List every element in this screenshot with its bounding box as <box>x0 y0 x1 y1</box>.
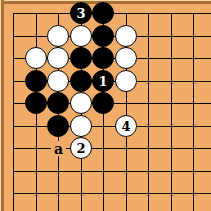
stone-move-number: 1 <box>98 75 107 88</box>
grid-line-vertical <box>171 13 172 211</box>
white-stone <box>47 25 69 47</box>
black-stone-1: 1 <box>92 70 114 92</box>
black-stone <box>25 70 47 92</box>
white-stone <box>115 47 137 69</box>
white-stone <box>25 47 47 69</box>
stone-move-number: 4 <box>121 120 130 133</box>
white-stone <box>47 47 69 69</box>
black-stone <box>25 92 47 114</box>
black-stone <box>70 70 92 92</box>
grid-line-vertical <box>148 13 149 211</box>
black-stone <box>70 47 92 69</box>
grid-line-horizontal <box>13 126 211 127</box>
white-stone <box>70 25 92 47</box>
grid-line-horizontal <box>13 148 211 149</box>
white-stone-2: 2 <box>70 137 92 159</box>
black-stone <box>92 2 114 24</box>
black-stone-3: 3 <box>70 2 92 24</box>
black-stone <box>47 115 69 137</box>
white-stone <box>115 70 137 92</box>
point-label-a: a <box>51 141 66 156</box>
black-stone <box>92 25 114 47</box>
stone-move-number: 3 <box>76 7 85 20</box>
white-stone <box>70 115 92 137</box>
grid-line-vertical <box>13 13 14 211</box>
white-stone-4: 4 <box>115 115 137 137</box>
grid-line-horizontal <box>13 193 211 194</box>
black-stone <box>92 92 114 114</box>
grid-line-horizontal <box>13 171 211 172</box>
white-stone <box>47 70 69 92</box>
black-stone <box>92 47 114 69</box>
stone-move-number: 2 <box>76 142 85 155</box>
black-stone <box>47 92 69 114</box>
grid-line-vertical <box>193 13 194 211</box>
white-stone <box>70 92 92 114</box>
white-stone <box>115 25 137 47</box>
go-board-diagram: a3142 <box>0 0 211 211</box>
board-edge-shadow-left <box>1 0 4 211</box>
